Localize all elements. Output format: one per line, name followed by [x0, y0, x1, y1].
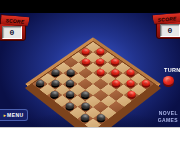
piece-glyph: ●: [96, 58, 104, 64]
piece-glyph: ●: [66, 80, 75, 86]
piece-glyph: ●: [51, 69, 60, 75]
piece-glyph: ●: [96, 69, 105, 75]
piece-glyph: ●: [81, 102, 90, 109]
logo-line-1: NOVEL: [158, 110, 178, 117]
score-right-label: SCORE: [157, 15, 176, 22]
piece-glyph: ●: [127, 91, 136, 98]
score-panel-right: SCORE 0: [152, 13, 180, 39]
turn-indicator-red-disc: ●: [163, 76, 174, 85]
score-panel-left: SCORE 0: [0, 15, 28, 41]
piece-glyph: ●: [66, 69, 75, 75]
piece-glyph: ●: [96, 48, 104, 54]
piece-glyph: ●: [82, 48, 90, 54]
score-right-value: 0: [168, 26, 173, 35]
piece-glyph: ●: [66, 91, 75, 98]
score-left-box: 0: [2, 26, 22, 39]
piece-glyph: ●: [142, 80, 151, 86]
logo-line-2: GAMES: [158, 117, 178, 124]
piece-glyph: ●: [111, 69, 120, 75]
menu-arrow-icon: ▸: [4, 113, 7, 118]
menu-button-label: MENU: [7, 112, 23, 118]
publisher-logo[interactable]: NOVEL GAMES: [158, 110, 178, 123]
letterbox-top: [0, 0, 180, 13]
piece-glyph: ●: [127, 80, 136, 86]
piece-glyph: ●: [36, 80, 45, 86]
piece-glyph: ●: [65, 102, 74, 109]
score-right-box: 0: [160, 24, 180, 37]
piece-glyph: ●: [126, 69, 135, 75]
menu-button[interactable]: ▸ MENU: [0, 109, 28, 121]
score-left-label: SCORE: [5, 17, 24, 24]
piece-glyph: ●: [81, 91, 90, 98]
piece-glyph: ●: [96, 114, 105, 121]
score-left-value: 0: [10, 28, 15, 37]
turn-indicator-piece-glyph: ●: [166, 77, 171, 85]
turn-label: TURN: [164, 67, 180, 73]
piece-glyph: ●: [51, 80, 60, 86]
piece-glyph: ●: [111, 58, 119, 64]
letterbox-bottom: [0, 127, 180, 145]
piece-glyph: ●: [81, 58, 89, 64]
piece-glyph: ●: [81, 114, 90, 121]
piece-glyph: ●: [50, 91, 59, 98]
piece-glyph: ●: [111, 80, 120, 86]
